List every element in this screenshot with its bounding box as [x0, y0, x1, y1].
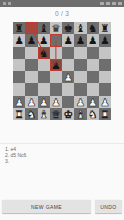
piece-white-pawn: ♟	[63, 71, 72, 83]
square-h5[interactable]	[99, 59, 111, 71]
notification-icon	[8, 2, 11, 5]
square-e1[interactable]: ♚	[62, 108, 74, 120]
square-f1[interactable]: ♝	[74, 108, 86, 120]
square-f4[interactable]	[74, 71, 86, 83]
square-h1[interactable]: ♜	[99, 108, 111, 120]
piece-black-bishop: ♝	[39, 22, 48, 34]
square-a5[interactable]	[13, 59, 25, 71]
piece-black-king: ♚	[63, 22, 72, 34]
square-e4[interactable]: ♟	[62, 71, 74, 83]
section-divider	[0, 143, 124, 144]
square-d4[interactable]	[50, 71, 62, 83]
square-a2[interactable]: ♟	[13, 96, 25, 108]
piece-white-pawn: ♟	[39, 96, 48, 108]
square-d3[interactable]	[50, 83, 62, 95]
piece-black-knight: ♞	[88, 22, 97, 34]
move-list: 1. e4 2. d5 Nc6 3.	[5, 146, 26, 164]
signal-icon	[100, 2, 104, 5]
square-h3[interactable]	[99, 83, 111, 95]
square-a6[interactable]	[13, 47, 25, 59]
square-c3[interactable]	[38, 83, 50, 95]
piece-black-pawn: ♟	[51, 59, 60, 71]
piece-white-rook: ♜	[14, 108, 23, 120]
piece-white-pawn: ♟	[14, 96, 23, 108]
square-d7[interactable]	[50, 34, 62, 46]
square-g4[interactable]	[87, 71, 99, 83]
square-b8[interactable]	[25, 22, 37, 34]
piece-white-pawn: ♟	[76, 96, 85, 108]
square-a8[interactable]: ♜	[13, 22, 25, 34]
piece-white-bishop: ♝	[39, 108, 48, 120]
square-h8[interactable]: ♜	[99, 22, 111, 34]
square-f3[interactable]	[74, 83, 86, 95]
square-g1[interactable]: ♞	[87, 108, 99, 120]
square-f2[interactable]: ♟	[74, 96, 86, 108]
piece-black-pawn: ♟	[27, 34, 36, 46]
square-e6[interactable]	[62, 47, 74, 59]
piece-black-pawn: ♟	[76, 34, 85, 46]
square-b3[interactable]	[25, 83, 37, 95]
square-e8[interactable]: ♚	[62, 22, 74, 34]
square-d2[interactable]: ♟	[50, 96, 62, 108]
undo-button[interactable]: UNDO	[95, 200, 122, 213]
square-f6[interactable]	[74, 47, 86, 59]
battery-icon	[112, 2, 116, 5]
app-screen: 0 / 3 ♜♝♛♚♝♞♜♟♟♟♟♟♟♟♞♟♟♟♟♟♟♟♟♟♜♞♝♛♚♝♞♜ 1…	[0, 0, 124, 220]
piece-white-pawn: ♟	[100, 96, 109, 108]
square-g3[interactable]	[87, 83, 99, 95]
square-a3[interactable]	[13, 83, 25, 95]
piece-black-pawn: ♟	[39, 34, 48, 46]
square-f7[interactable]: ♟	[74, 34, 86, 46]
move-line: 3.	[5, 158, 26, 164]
square-c4[interactable]	[38, 71, 50, 83]
piece-black-pawn: ♟	[63, 34, 72, 46]
piece-white-pawn: ♟	[88, 96, 97, 108]
square-e7[interactable]: ♟	[62, 34, 74, 46]
square-d1[interactable]: ♛	[50, 108, 62, 120]
piece-white-knight: ♞	[27, 108, 36, 120]
puzzle-progress-label: 0 / 3	[0, 10, 124, 18]
square-c5[interactable]	[38, 59, 50, 71]
square-b6[interactable]	[25, 47, 37, 59]
new-game-button[interactable]: NEW GAME	[2, 200, 91, 213]
piece-black-bishop: ♝	[76, 22, 85, 34]
square-h4[interactable]	[99, 71, 111, 83]
piece-white-knight: ♞	[88, 108, 97, 120]
square-g8[interactable]: ♞	[87, 22, 99, 34]
notification-icon	[3, 2, 6, 5]
square-g7[interactable]: ♟	[87, 34, 99, 46]
square-h6[interactable]	[99, 47, 111, 59]
square-h7[interactable]: ♟	[99, 34, 111, 46]
piece-black-pawn: ♟	[14, 34, 23, 46]
piece-black-rook: ♜	[14, 22, 23, 34]
square-b7[interactable]: ♟	[25, 34, 37, 46]
square-f5[interactable]	[74, 59, 86, 71]
piece-black-pawn: ♟	[88, 34, 97, 46]
piece-black-pawn: ♟	[100, 34, 109, 46]
square-d8[interactable]: ♛	[50, 22, 62, 34]
status-bar	[0, 0, 124, 7]
square-b2[interactable]: ♟	[25, 96, 37, 108]
square-a4[interactable]	[13, 71, 25, 83]
piece-white-pawn: ♟	[27, 96, 36, 108]
square-b5[interactable]	[25, 59, 37, 71]
square-c7[interactable]: ♟	[38, 34, 50, 46]
square-c2[interactable]: ♟	[38, 96, 50, 108]
square-g6[interactable]	[87, 47, 99, 59]
square-c8[interactable]: ♝	[38, 22, 50, 34]
square-b4[interactable]	[25, 71, 37, 83]
square-b1[interactable]: ♞	[25, 108, 37, 120]
wifi-icon	[106, 2, 110, 5]
piece-white-pawn: ♟	[51, 96, 60, 108]
square-c6[interactable]: ♞	[38, 47, 50, 59]
square-g2[interactable]: ♟	[87, 96, 99, 108]
piece-white-queen: ♛	[51, 108, 60, 120]
piece-black-queen: ♛	[51, 22, 60, 34]
square-a1[interactable]: ♜	[13, 108, 25, 120]
piece-black-rook: ♜	[100, 22, 109, 34]
square-e2[interactable]	[62, 96, 74, 108]
chess-board: ♜♝♛♚♝♞♜♟♟♟♟♟♟♟♞♟♟♟♟♟♟♟♟♟♜♞♝♛♚♝♞♜	[13, 22, 111, 120]
square-c1[interactable]: ♝	[38, 108, 50, 120]
clock-icon	[118, 2, 122, 5]
square-a7[interactable]: ♟	[13, 34, 25, 46]
square-e3[interactable]	[62, 83, 74, 95]
piece-white-king: ♚	[63, 108, 72, 120]
square-h2[interactable]: ♟	[99, 96, 111, 108]
piece-white-bishop: ♝	[76, 108, 85, 120]
square-d5[interactable]: ♟	[50, 59, 62, 71]
square-f8[interactable]: ♝	[74, 22, 86, 34]
square-e5[interactable]	[62, 59, 74, 71]
piece-black-knight: ♞	[39, 47, 48, 59]
square-g5[interactable]	[87, 59, 99, 71]
square-d6[interactable]	[50, 47, 62, 59]
piece-white-rook: ♜	[100, 108, 109, 120]
